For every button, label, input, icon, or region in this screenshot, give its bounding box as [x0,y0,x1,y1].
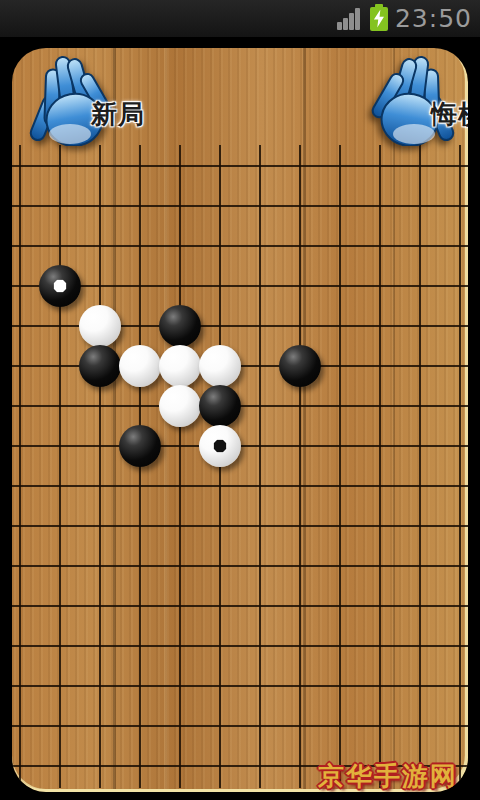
white-stone [199,345,241,387]
white-stone [199,425,241,467]
grid-line-vertical [259,145,261,788]
black-stone [199,385,241,427]
gomoku-board[interactable]: 新局 [12,48,468,792]
grid-line-vertical [299,145,301,788]
grid-line-vertical [19,145,21,788]
app-screen: 23:50 [0,0,480,800]
white-stone [159,345,201,387]
black-stone [39,265,81,307]
last-move-marker [54,280,67,293]
grid-line-vertical [419,145,421,788]
grid-line-vertical [339,145,341,788]
grid-line-horizontal [12,245,468,247]
grid-line-horizontal [12,525,468,527]
grid-line-vertical [379,145,381,788]
black-stone [119,425,161,467]
watermark: 京华手游网 [318,759,458,792]
grid-line-vertical [59,145,61,788]
grid-line-vertical [99,145,101,788]
grid-line-horizontal [12,485,468,487]
battery-charging-icon [370,7,388,31]
signal-strength-icon [337,8,360,30]
grid-line-vertical [459,145,461,788]
grid-line-vertical [179,145,181,788]
board-frame: 新局 [0,40,480,800]
undo-label: 悔棋 [412,97,468,132]
grid-line-horizontal [12,565,468,567]
status-clock: 23:50 [395,6,472,31]
new-game-label: 新局 [72,97,164,132]
new-game-button[interactable]: 新局 [26,50,118,146]
undo-button[interactable]: 悔棋 [366,50,458,146]
white-stone [79,305,121,347]
grid-line-horizontal [12,205,468,207]
grid-line-horizontal [12,645,468,647]
white-stone [119,345,161,387]
grid-line-horizontal [12,605,468,607]
black-stone [279,345,321,387]
white-stone [159,385,201,427]
status-bar: 23:50 [0,0,480,40]
lightning-icon [373,10,385,28]
grid-line-horizontal [12,685,468,687]
black-stone [79,345,121,387]
grid-line-horizontal [12,165,468,167]
black-stone [159,305,201,347]
grid-line-horizontal [12,725,468,727]
last-move-marker [214,440,227,453]
